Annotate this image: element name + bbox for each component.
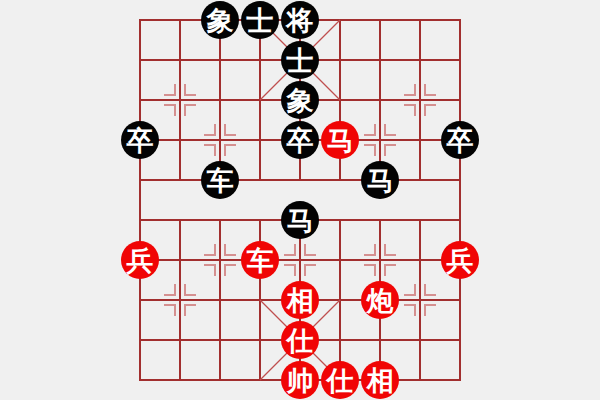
piece-red-soldier[interactable]: 兵 xyxy=(121,241,159,279)
piece-black-horse[interactable]: 马 xyxy=(361,161,399,199)
piece-black-general[interactable]: 将 xyxy=(281,1,319,39)
piece-black-soldier[interactable]: 卒 xyxy=(281,121,319,159)
piece-black-advisor[interactable]: 士 xyxy=(241,1,279,39)
piece-black-horse[interactable]: 马 xyxy=(281,201,319,239)
piece-black-soldier[interactable]: 卒 xyxy=(121,121,159,159)
piece-red-advisor[interactable]: 仕 xyxy=(321,361,359,399)
piece-red-cannon[interactable]: 炮 xyxy=(361,281,399,319)
piece-red-advisor[interactable]: 仕 xyxy=(281,321,319,359)
piece-black-chariot[interactable]: 车 xyxy=(201,161,239,199)
piece-black-elephant[interactable]: 象 xyxy=(201,1,239,39)
piece-black-elephant[interactable]: 象 xyxy=(281,81,319,119)
piece-red-general[interactable]: 帅 xyxy=(281,361,319,399)
piece-black-soldier[interactable]: 卒 xyxy=(441,121,479,159)
piece-black-advisor[interactable]: 士 xyxy=(281,41,319,79)
piece-red-elephant[interactable]: 相 xyxy=(361,361,399,399)
piece-red-elephant[interactable]: 相 xyxy=(281,281,319,319)
piece-red-chariot[interactable]: 车 xyxy=(241,241,279,279)
pieces-layer: 象士将士象卒卒马卒车马马兵车兵相炮仕帅仕相 xyxy=(0,0,600,400)
xiangqi-board: 象士将士象卒卒马卒车马马兵车兵相炮仕帅仕相 xyxy=(0,0,600,400)
piece-red-soldier[interactable]: 兵 xyxy=(441,241,479,279)
piece-red-horse[interactable]: 马 xyxy=(321,121,359,159)
